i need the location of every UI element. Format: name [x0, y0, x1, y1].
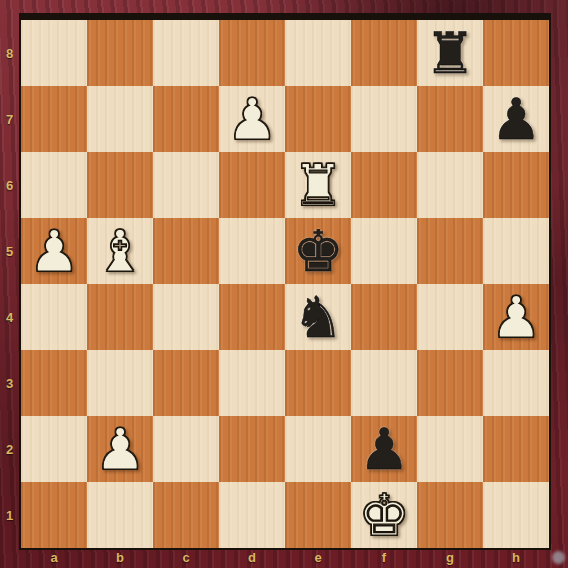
- piece-black-pawn[interactable]: ♟: [490, 91, 541, 148]
- square-b6[interactable]: [87, 152, 153, 218]
- piece-white-rook[interactable]: ♜: [292, 157, 343, 214]
- file-label-c: c: [153, 549, 219, 565]
- square-c2[interactable]: [153, 416, 219, 482]
- square-c4[interactable]: [153, 284, 219, 350]
- square-g5[interactable]: [417, 218, 483, 284]
- file-label-b: b: [87, 549, 153, 565]
- square-h1[interactable]: [483, 482, 549, 548]
- rank-label-1: 1: [0, 482, 19, 548]
- square-d4[interactable]: [219, 284, 285, 350]
- file-label-f: f: [351, 549, 417, 565]
- piece-white-bishop[interactable]: ♝: [94, 223, 145, 280]
- chess-board-screenshot: ♜♟♟♜♟♝♚♞♟♟♟♚ 87654321 abcdefgh: [0, 0, 568, 568]
- square-a6[interactable]: [21, 152, 87, 218]
- square-d6[interactable]: [219, 152, 285, 218]
- board-bevel: ♜♟♟♜♟♝♚♞♟♟♟♚: [19, 13, 551, 550]
- file-label-a: a: [21, 549, 87, 565]
- rank-label-6: 6: [0, 152, 19, 218]
- square-f3[interactable]: [351, 350, 417, 416]
- square-g6[interactable]: [417, 152, 483, 218]
- square-g7[interactable]: [417, 86, 483, 152]
- square-e6[interactable]: ♜: [285, 152, 351, 218]
- rank-label-5: 5: [0, 218, 19, 284]
- square-b5[interactable]: ♝: [87, 218, 153, 284]
- rank-label-7: 7: [0, 86, 19, 152]
- piece-white-pawn[interactable]: ♟: [28, 223, 79, 280]
- square-e8[interactable]: [285, 20, 351, 86]
- square-c7[interactable]: [153, 86, 219, 152]
- square-h8[interactable]: [483, 20, 549, 86]
- square-f7[interactable]: [351, 86, 417, 152]
- square-a1[interactable]: [21, 482, 87, 548]
- rank-label-2: 2: [0, 416, 19, 482]
- file-label-e: e: [285, 549, 351, 565]
- square-g1[interactable]: [417, 482, 483, 548]
- square-b2[interactable]: ♟: [87, 416, 153, 482]
- square-e2[interactable]: [285, 416, 351, 482]
- piece-black-rook[interactable]: ♜: [424, 25, 475, 82]
- gray-dot-watermark: [552, 551, 565, 564]
- square-g8[interactable]: ♜: [417, 20, 483, 86]
- square-b7[interactable]: [87, 86, 153, 152]
- square-h6[interactable]: [483, 152, 549, 218]
- square-d8[interactable]: [219, 20, 285, 86]
- square-c3[interactable]: [153, 350, 219, 416]
- square-h3[interactable]: [483, 350, 549, 416]
- square-d7[interactable]: ♟: [219, 86, 285, 152]
- square-a5[interactable]: ♟: [21, 218, 87, 284]
- square-e3[interactable]: [285, 350, 351, 416]
- piece-black-knight[interactable]: ♞: [292, 289, 343, 346]
- file-label-g: g: [417, 549, 483, 565]
- square-h7[interactable]: ♟: [483, 86, 549, 152]
- rank-label-8: 8: [0, 20, 19, 86]
- file-label-h: h: [483, 549, 549, 565]
- square-a7[interactable]: [21, 86, 87, 152]
- square-h2[interactable]: [483, 416, 549, 482]
- square-d1[interactable]: [219, 482, 285, 548]
- square-f4[interactable]: [351, 284, 417, 350]
- rank-label-3: 3: [0, 350, 19, 416]
- square-b1[interactable]: [87, 482, 153, 548]
- square-f6[interactable]: [351, 152, 417, 218]
- piece-black-pawn[interactable]: ♟: [358, 421, 409, 478]
- square-b8[interactable]: [87, 20, 153, 86]
- piece-white-pawn[interactable]: ♟: [94, 421, 145, 478]
- square-c6[interactable]: [153, 152, 219, 218]
- chess-board: ♜♟♟♜♟♝♚♞♟♟♟♚: [21, 20, 549, 548]
- square-f5[interactable]: [351, 218, 417, 284]
- square-a8[interactable]: [21, 20, 87, 86]
- square-d2[interactable]: [219, 416, 285, 482]
- piece-white-pawn[interactable]: ♟: [490, 289, 541, 346]
- rank-label-4: 4: [0, 284, 19, 350]
- square-f1[interactable]: ♚: [351, 482, 417, 548]
- square-c1[interactable]: [153, 482, 219, 548]
- square-e7[interactable]: [285, 86, 351, 152]
- square-e1[interactable]: [285, 482, 351, 548]
- file-label-d: d: [219, 549, 285, 565]
- file-labels: abcdefgh: [21, 549, 549, 565]
- square-b3[interactable]: [87, 350, 153, 416]
- square-f2[interactable]: ♟: [351, 416, 417, 482]
- square-h5[interactable]: [483, 218, 549, 284]
- square-e5[interactable]: ♚: [285, 218, 351, 284]
- piece-white-pawn[interactable]: ♟: [226, 91, 277, 148]
- square-d3[interactable]: [219, 350, 285, 416]
- square-f8[interactable]: [351, 20, 417, 86]
- square-g3[interactable]: [417, 350, 483, 416]
- square-c8[interactable]: [153, 20, 219, 86]
- square-g4[interactable]: [417, 284, 483, 350]
- square-c5[interactable]: [153, 218, 219, 284]
- square-a3[interactable]: [21, 350, 87, 416]
- square-b4[interactable]: [87, 284, 153, 350]
- piece-white-king[interactable]: ♚: [358, 487, 409, 544]
- square-g2[interactable]: [417, 416, 483, 482]
- square-a4[interactable]: [21, 284, 87, 350]
- square-e4[interactable]: ♞: [285, 284, 351, 350]
- square-h4[interactable]: ♟: [483, 284, 549, 350]
- square-d5[interactable]: [219, 218, 285, 284]
- piece-black-king[interactable]: ♚: [292, 223, 343, 280]
- square-a2[interactable]: [21, 416, 87, 482]
- rank-labels: 87654321: [0, 20, 19, 548]
